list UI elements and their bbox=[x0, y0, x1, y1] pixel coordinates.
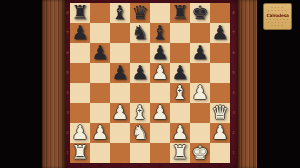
square-c8[interactable]: ♝ bbox=[110, 3, 130, 23]
file-labels-bottom: abcdefgh bbox=[70, 163, 230, 168]
square-e3[interactable]: ♟ bbox=[150, 103, 170, 123]
square-d5[interactable]: ♟ bbox=[130, 63, 150, 83]
piece-black-pawn: ♟ bbox=[71, 22, 88, 42]
square-f6[interactable] bbox=[170, 43, 190, 63]
square-b4[interactable] bbox=[90, 83, 110, 103]
rank-label-6: 6 bbox=[65, 43, 70, 63]
square-f4[interactable]: ♝ bbox=[170, 83, 190, 103]
square-c1[interactable] bbox=[110, 143, 130, 163]
square-d8[interactable]: ♛ bbox=[130, 3, 150, 23]
rank-label-3: 3 bbox=[65, 103, 70, 123]
rank-label-6: 6 bbox=[230, 43, 237, 63]
logo-badge: ···· ······ Cairodesa ······· ······ ···… bbox=[263, 3, 292, 30]
piece-white-pawn: ♟ bbox=[151, 62, 168, 82]
square-c7[interactable] bbox=[110, 23, 130, 43]
square-d3[interactable]: ♝ bbox=[130, 103, 150, 123]
logo-dots-bottom-small: ···· bbox=[271, 24, 285, 27]
chess-board: ♜♝♛♜♚♟♞♝♟♟♟♟♟♟♟♟♝♟♟♝♟♛♟♟♞♟♟♜♜♚ bbox=[70, 3, 230, 163]
square-b1[interactable] bbox=[90, 143, 110, 163]
square-b3[interactable] bbox=[90, 103, 110, 123]
square-c6[interactable] bbox=[110, 43, 130, 63]
piece-white-bishop: ♝ bbox=[171, 82, 188, 102]
piece-black-bishop: ♝ bbox=[111, 2, 128, 22]
piece-white-bishop: ♝ bbox=[131, 102, 148, 122]
square-f7[interactable] bbox=[170, 23, 190, 43]
square-b8[interactable] bbox=[90, 3, 110, 23]
piece-white-king: ♚ bbox=[191, 142, 208, 162]
square-c3[interactable]: ♟ bbox=[110, 103, 130, 123]
rank-label-7: 7 bbox=[230, 23, 237, 43]
square-h6[interactable] bbox=[210, 43, 230, 63]
square-d2[interactable]: ♞ bbox=[130, 123, 150, 143]
square-d1[interactable] bbox=[130, 143, 150, 163]
file-label-g: g bbox=[190, 163, 210, 168]
rank-label-2: 2 bbox=[230, 123, 237, 143]
square-e7[interactable]: ♝ bbox=[150, 23, 170, 43]
square-g2[interactable] bbox=[190, 123, 210, 143]
file-label-c: c bbox=[110, 163, 130, 168]
square-h2[interactable]: ♟ bbox=[210, 123, 230, 143]
rank-labels-right: 87654321 bbox=[230, 3, 237, 163]
piece-black-pawn: ♟ bbox=[171, 62, 188, 82]
file-label-b: b bbox=[90, 163, 110, 168]
square-a4[interactable] bbox=[70, 83, 90, 103]
square-a3[interactable] bbox=[70, 103, 90, 123]
square-a1[interactable]: ♜ bbox=[70, 143, 90, 163]
piece-black-pawn: ♟ bbox=[111, 62, 128, 82]
square-e8[interactable] bbox=[150, 3, 170, 23]
rank-label-1: 1 bbox=[65, 143, 70, 163]
file-label-e: e bbox=[150, 163, 170, 168]
square-a7[interactable]: ♟ bbox=[70, 23, 90, 43]
square-g8[interactable]: ♚ bbox=[190, 3, 210, 23]
piece-white-pawn: ♟ bbox=[151, 102, 168, 122]
square-c4[interactable] bbox=[110, 83, 130, 103]
square-g1[interactable]: ♚ bbox=[190, 143, 210, 163]
piece-black-king: ♚ bbox=[191, 2, 208, 22]
square-b2[interactable]: ♟ bbox=[90, 123, 110, 143]
square-d7[interactable]: ♞ bbox=[130, 23, 150, 43]
piece-white-knight: ♞ bbox=[131, 122, 148, 142]
square-h8[interactable] bbox=[210, 3, 230, 23]
square-b6[interactable]: ♟ bbox=[90, 43, 110, 63]
square-c2[interactable] bbox=[110, 123, 130, 143]
square-f3[interactable] bbox=[170, 103, 190, 123]
piece-white-pawn: ♟ bbox=[91, 122, 108, 142]
square-b5[interactable] bbox=[90, 63, 110, 83]
piece-white-pawn: ♟ bbox=[111, 102, 128, 122]
rank-label-8: 8 bbox=[65, 3, 70, 23]
rank-label-8: 8 bbox=[230, 3, 237, 23]
rank-label-3: 3 bbox=[230, 103, 237, 123]
piece-white-rook: ♜ bbox=[171, 142, 188, 162]
wood-panel-left bbox=[42, 0, 65, 168]
square-h3[interactable]: ♛ bbox=[210, 103, 230, 123]
square-a5[interactable] bbox=[70, 63, 90, 83]
square-f1[interactable]: ♜ bbox=[170, 143, 190, 163]
square-e5[interactable]: ♟ bbox=[150, 63, 170, 83]
chess-app-window: ♜♝♛♜♚♟♞♝♟♟♟♟♟♟♟♟♝♟♟♝♟♛♟♟♞♟♟♜♜♚ 87654321 … bbox=[0, 0, 300, 168]
square-h4[interactable] bbox=[210, 83, 230, 103]
square-b7[interactable] bbox=[90, 23, 110, 43]
rank-label-5: 5 bbox=[230, 63, 237, 83]
piece-black-knight: ♞ bbox=[131, 22, 148, 42]
piece-white-pawn: ♟ bbox=[171, 122, 188, 142]
square-c5[interactable]: ♟ bbox=[110, 63, 130, 83]
piece-white-queen: ♛ bbox=[211, 102, 228, 122]
square-e1[interactable] bbox=[150, 143, 170, 163]
file-label-h: h bbox=[210, 163, 230, 168]
rank-label-2: 2 bbox=[65, 123, 70, 143]
rank-labels-left: 87654321 bbox=[65, 3, 70, 163]
piece-black-pawn: ♟ bbox=[91, 42, 108, 62]
square-g7[interactable] bbox=[190, 23, 210, 43]
piece-white-pawn: ♟ bbox=[211, 122, 228, 142]
board-frame: ♜♝♛♜♚♟♞♝♟♟♟♟♟♟♟♟♝♟♟♝♟♛♟♟♞♟♟♜♜♚ 87654321 … bbox=[65, 0, 237, 168]
piece-black-pawn: ♟ bbox=[131, 62, 148, 82]
piece-white-pawn: ♟ bbox=[71, 122, 88, 142]
rank-label-5: 5 bbox=[65, 63, 70, 83]
wood-panel-right bbox=[237, 0, 257, 168]
square-h7[interactable]: ♟ bbox=[210, 23, 230, 43]
square-f2[interactable]: ♟ bbox=[170, 123, 190, 143]
square-h5[interactable] bbox=[210, 63, 230, 83]
square-g3[interactable] bbox=[190, 103, 210, 123]
square-e6[interactable]: ♟ bbox=[150, 43, 170, 63]
file-label-f: f bbox=[170, 163, 190, 168]
square-a6[interactable] bbox=[70, 43, 90, 63]
square-d6[interactable] bbox=[130, 43, 150, 63]
piece-black-pawn: ♟ bbox=[151, 42, 168, 62]
square-h1[interactable] bbox=[210, 143, 230, 163]
square-f5[interactable]: ♟ bbox=[170, 63, 190, 83]
rank-label-4: 4 bbox=[65, 83, 70, 103]
piece-white-pawn: ♟ bbox=[191, 82, 208, 102]
file-label-a: a bbox=[70, 163, 90, 168]
rank-label-1: 1 bbox=[230, 143, 237, 163]
rank-label-7: 7 bbox=[65, 23, 70, 43]
piece-black-pawn: ♟ bbox=[211, 22, 228, 42]
square-e2[interactable] bbox=[150, 123, 170, 143]
piece-white-rook: ♜ bbox=[71, 142, 88, 162]
square-a2[interactable]: ♟ bbox=[70, 123, 90, 143]
square-e4[interactable] bbox=[150, 83, 170, 103]
square-f8[interactable]: ♜ bbox=[170, 3, 190, 23]
rank-label-4: 4 bbox=[230, 83, 237, 103]
logo-title: Cairodesa bbox=[266, 12, 288, 17]
piece-black-rook: ♜ bbox=[171, 2, 188, 22]
square-a8[interactable]: ♜ bbox=[70, 3, 90, 23]
square-d4[interactable] bbox=[130, 83, 150, 103]
piece-black-rook: ♜ bbox=[71, 2, 88, 22]
piece-black-bishop: ♝ bbox=[151, 22, 168, 42]
piece-black-pawn: ♟ bbox=[191, 42, 208, 62]
square-g4[interactable]: ♟ bbox=[190, 83, 210, 103]
square-g6[interactable]: ♟ bbox=[190, 43, 210, 63]
piece-black-queen: ♛ bbox=[131, 2, 148, 22]
square-g5[interactable] bbox=[190, 63, 210, 83]
file-label-d: d bbox=[130, 163, 150, 168]
